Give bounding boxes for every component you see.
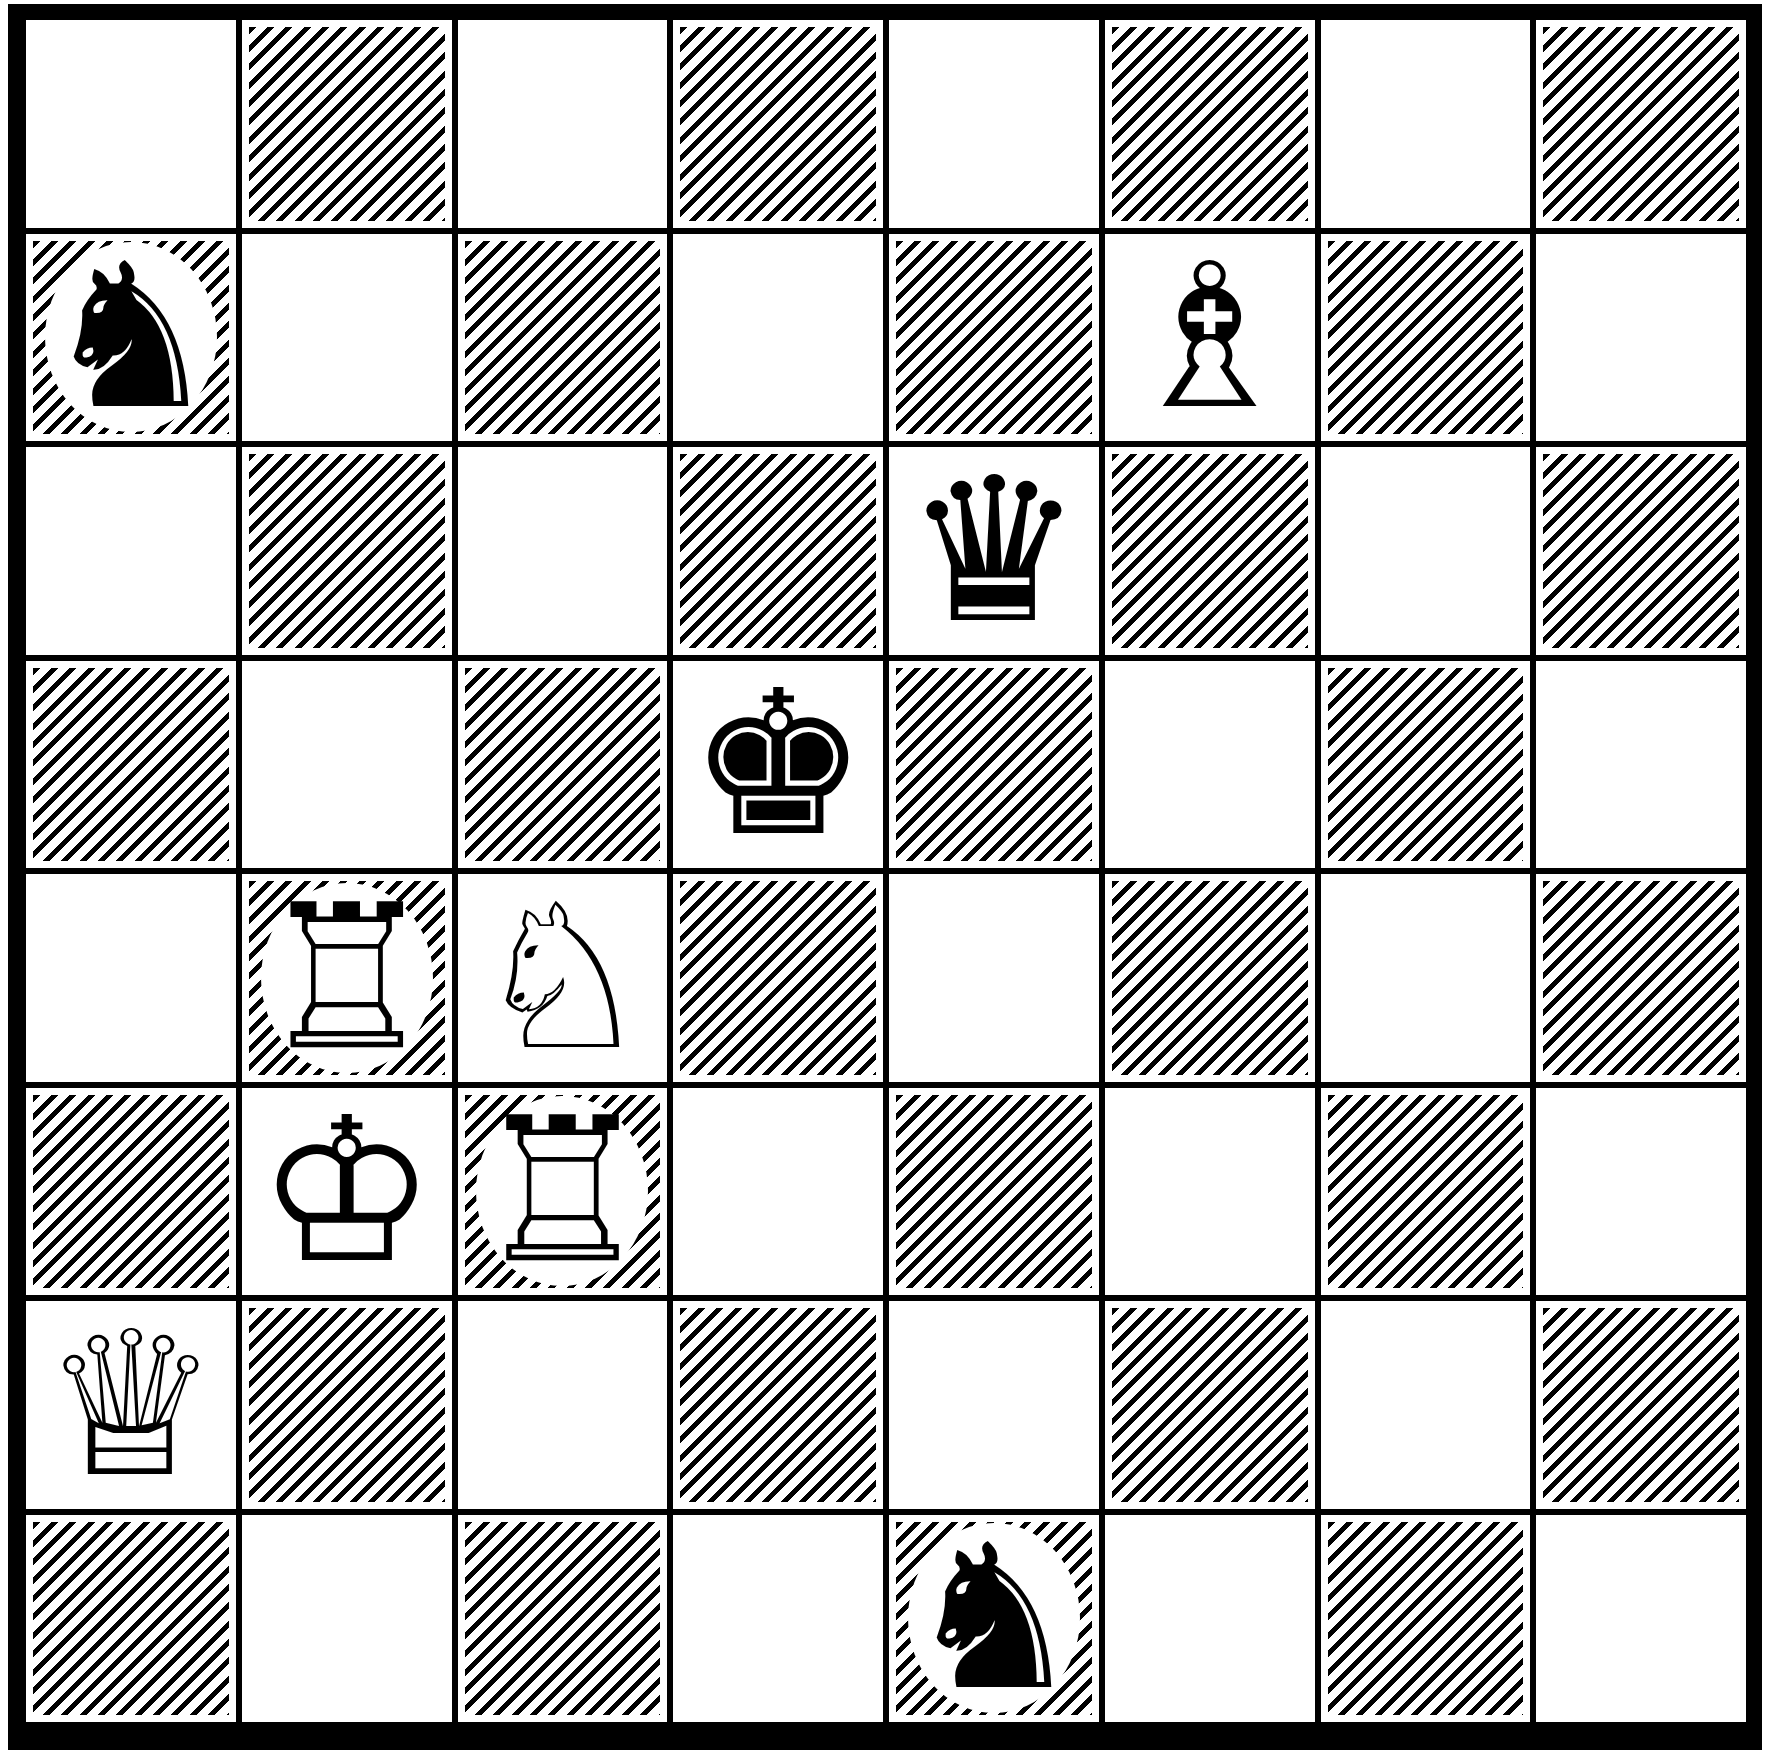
square-f8[interactable] [1105, 20, 1315, 228]
square-h8[interactable] [1536, 20, 1746, 228]
square-e6[interactable]: ♛ [889, 447, 1099, 655]
square-d7[interactable] [673, 234, 883, 442]
square-d8[interactable] [673, 20, 883, 228]
black-knight: ♞ [41, 237, 220, 437]
black-knight: ♞ [904, 1518, 1083, 1718]
square-d5[interactable]: ♚ [673, 661, 883, 869]
square-e4[interactable] [889, 874, 1099, 1082]
square-c1[interactable] [458, 1515, 668, 1723]
black-queen: ♛ [904, 451, 1083, 651]
square-h1[interactable] [1536, 1515, 1746, 1723]
square-d2[interactable] [673, 1301, 883, 1509]
square-g4[interactable] [1321, 874, 1531, 1082]
square-f6[interactable] [1105, 447, 1315, 655]
square-h5[interactable] [1536, 661, 1746, 869]
square-c2[interactable] [458, 1301, 668, 1509]
square-c6[interactable] [458, 447, 668, 655]
square-b5[interactable] [242, 661, 452, 869]
square-c7[interactable] [458, 234, 668, 442]
square-h7[interactable] [1536, 234, 1746, 442]
square-g8[interactable] [1321, 20, 1531, 228]
square-h2[interactable] [1536, 1301, 1746, 1509]
white-rook: ♖ [257, 878, 436, 1078]
white-queen: ♕ [41, 1305, 220, 1505]
square-a3[interactable] [26, 1088, 236, 1296]
square-g3[interactable] [1321, 1088, 1531, 1296]
square-b6[interactable] [242, 447, 452, 655]
square-c4[interactable]: ♘ [458, 874, 668, 1082]
square-f7[interactable]: ♗ [1105, 234, 1315, 442]
square-g2[interactable] [1321, 1301, 1531, 1509]
square-b2[interactable] [242, 1301, 452, 1509]
square-e5[interactable] [889, 661, 1099, 869]
square-a6[interactable] [26, 447, 236, 655]
square-c5[interactable] [458, 661, 668, 869]
square-f2[interactable] [1105, 1301, 1315, 1509]
square-a4[interactable] [26, 874, 236, 1082]
square-f1[interactable] [1105, 1515, 1315, 1723]
black-king: ♚ [688, 664, 867, 864]
square-e7[interactable] [889, 234, 1099, 442]
white-king: ♔ [257, 1091, 436, 1291]
square-a2[interactable]: ♕ [26, 1301, 236, 1509]
square-f4[interactable] [1105, 874, 1315, 1082]
square-b7[interactable] [242, 234, 452, 442]
square-e8[interactable] [889, 20, 1099, 228]
square-e1[interactable]: ♞ [889, 1515, 1099, 1723]
board-frame: ♞♗♛♚♖♘♔♖♕♞ [8, 4, 1762, 1750]
square-e3[interactable] [889, 1088, 1099, 1296]
square-a8[interactable] [26, 20, 236, 228]
square-g1[interactable] [1321, 1515, 1531, 1723]
white-knight: ♘ [473, 878, 652, 1078]
square-h6[interactable] [1536, 447, 1746, 655]
square-b3[interactable]: ♔ [242, 1088, 452, 1296]
square-a5[interactable] [26, 661, 236, 869]
square-d6[interactable] [673, 447, 883, 655]
square-b1[interactable] [242, 1515, 452, 1723]
chess-board: ♞♗♛♚♖♘♔♖♕♞ [26, 20, 1746, 1722]
square-d3[interactable] [673, 1088, 883, 1296]
white-rook: ♖ [473, 1091, 652, 1291]
square-a1[interactable] [26, 1515, 236, 1723]
square-b8[interactable] [242, 20, 452, 228]
square-f5[interactable] [1105, 661, 1315, 869]
square-h4[interactable] [1536, 874, 1746, 1082]
square-d4[interactable] [673, 874, 883, 1082]
square-g6[interactable] [1321, 447, 1531, 655]
square-a7[interactable]: ♞ [26, 234, 236, 442]
square-b4[interactable]: ♖ [242, 874, 452, 1082]
square-c8[interactable] [458, 20, 668, 228]
square-f3[interactable] [1105, 1088, 1315, 1296]
square-g5[interactable] [1321, 661, 1531, 869]
square-d1[interactable] [673, 1515, 883, 1723]
square-g7[interactable] [1321, 234, 1531, 442]
square-c3[interactable]: ♖ [458, 1088, 668, 1296]
white-bishop: ♗ [1120, 237, 1299, 437]
square-h3[interactable] [1536, 1088, 1746, 1296]
square-e2[interactable] [889, 1301, 1099, 1509]
